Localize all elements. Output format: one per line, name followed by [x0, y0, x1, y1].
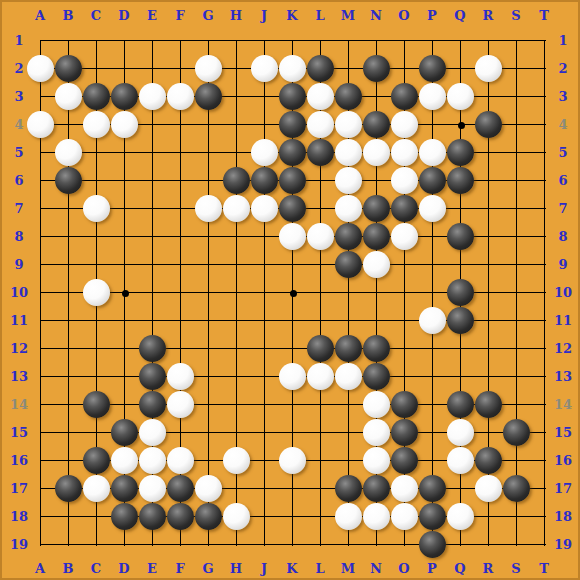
intersection-e7[interactable] — [138, 194, 166, 222]
intersection-g10[interactable] — [194, 278, 222, 306]
intersection-f8[interactable] — [166, 222, 194, 250]
intersection-j16[interactable] — [250, 446, 278, 474]
intersection-g7[interactable] — [194, 194, 222, 222]
intersection-n18[interactable] — [362, 502, 390, 530]
intersection-q1[interactable] — [446, 26, 474, 54]
intersection-r18[interactable] — [474, 502, 502, 530]
intersection-h17[interactable] — [222, 474, 250, 502]
intersection-s18[interactable] — [502, 502, 530, 530]
intersection-s14[interactable] — [502, 390, 530, 418]
intersection-l9[interactable] — [306, 250, 334, 278]
intersection-h5[interactable] — [222, 138, 250, 166]
intersection-n2[interactable] — [362, 54, 390, 82]
intersection-r13[interactable] — [474, 362, 502, 390]
intersection-s5[interactable] — [502, 138, 530, 166]
intersection-n14[interactable] — [362, 390, 390, 418]
intersection-f6[interactable] — [166, 166, 194, 194]
intersection-f5[interactable] — [166, 138, 194, 166]
intersection-a15[interactable] — [26, 418, 54, 446]
intersection-d4[interactable] — [110, 110, 138, 138]
intersection-d12[interactable] — [110, 334, 138, 362]
intersection-l8[interactable] — [306, 222, 334, 250]
intersection-s1[interactable] — [502, 26, 530, 54]
intersection-k18[interactable] — [278, 502, 306, 530]
intersection-f1[interactable] — [166, 26, 194, 54]
intersection-a14[interactable] — [26, 390, 54, 418]
intersection-m19[interactable] — [334, 530, 362, 558]
intersection-o18[interactable] — [390, 502, 418, 530]
intersection-j2[interactable] — [250, 54, 278, 82]
intersection-k14[interactable] — [278, 390, 306, 418]
intersection-r3[interactable] — [474, 82, 502, 110]
intersection-m16[interactable] — [334, 446, 362, 474]
intersection-q15[interactable] — [446, 418, 474, 446]
intersection-d6[interactable] — [110, 166, 138, 194]
intersection-k7[interactable] — [278, 194, 306, 222]
intersection-t3[interactable] — [530, 82, 558, 110]
intersection-a7[interactable] — [26, 194, 54, 222]
intersection-r19[interactable] — [474, 530, 502, 558]
intersection-e19[interactable] — [138, 530, 166, 558]
intersection-e10[interactable] — [138, 278, 166, 306]
intersection-d11[interactable] — [110, 306, 138, 334]
intersection-n1[interactable] — [362, 26, 390, 54]
intersection-t16[interactable] — [530, 446, 558, 474]
intersection-s13[interactable] — [502, 362, 530, 390]
intersection-q4[interactable] — [446, 110, 474, 138]
intersection-o11[interactable] — [390, 306, 418, 334]
intersection-n17[interactable] — [362, 474, 390, 502]
intersection-j6[interactable] — [250, 166, 278, 194]
intersection-c1[interactable] — [82, 26, 110, 54]
intersection-l2[interactable] — [306, 54, 334, 82]
intersection-b16[interactable] — [54, 446, 82, 474]
intersection-j13[interactable] — [250, 362, 278, 390]
intersection-m2[interactable] — [334, 54, 362, 82]
intersection-a13[interactable] — [26, 362, 54, 390]
intersection-f18[interactable] — [166, 502, 194, 530]
intersection-k15[interactable] — [278, 418, 306, 446]
intersection-s3[interactable] — [502, 82, 530, 110]
intersection-t6[interactable] — [530, 166, 558, 194]
intersection-h11[interactable] — [222, 306, 250, 334]
intersection-e13[interactable] — [138, 362, 166, 390]
intersection-q10[interactable] — [446, 278, 474, 306]
intersection-f15[interactable] — [166, 418, 194, 446]
intersection-g13[interactable] — [194, 362, 222, 390]
intersection-l16[interactable] — [306, 446, 334, 474]
intersection-l7[interactable] — [306, 194, 334, 222]
intersection-t14[interactable] — [530, 390, 558, 418]
intersection-h6[interactable] — [222, 166, 250, 194]
intersection-j3[interactable] — [250, 82, 278, 110]
intersection-k4[interactable] — [278, 110, 306, 138]
intersection-t15[interactable] — [530, 418, 558, 446]
intersection-r1[interactable] — [474, 26, 502, 54]
intersection-m5[interactable] — [334, 138, 362, 166]
intersection-d3[interactable] — [110, 82, 138, 110]
intersection-k12[interactable] — [278, 334, 306, 362]
intersection-e1[interactable] — [138, 26, 166, 54]
intersection-j7[interactable] — [250, 194, 278, 222]
intersection-p3[interactable] — [418, 82, 446, 110]
intersection-h10[interactable] — [222, 278, 250, 306]
intersection-n9[interactable] — [362, 250, 390, 278]
intersection-q9[interactable] — [446, 250, 474, 278]
intersection-a6[interactable] — [26, 166, 54, 194]
intersection-m17[interactable] — [334, 474, 362, 502]
intersection-p5[interactable] — [418, 138, 446, 166]
intersection-f14[interactable] — [166, 390, 194, 418]
intersection-c7[interactable] — [82, 194, 110, 222]
intersection-k3[interactable] — [278, 82, 306, 110]
intersection-f9[interactable] — [166, 250, 194, 278]
intersection-h7[interactable] — [222, 194, 250, 222]
intersection-h18[interactable] — [222, 502, 250, 530]
intersection-s9[interactable] — [502, 250, 530, 278]
intersection-g4[interactable] — [194, 110, 222, 138]
intersection-c11[interactable] — [82, 306, 110, 334]
intersection-g2[interactable] — [194, 54, 222, 82]
intersection-s2[interactable] — [502, 54, 530, 82]
intersection-n5[interactable] — [362, 138, 390, 166]
intersection-t19[interactable] — [530, 530, 558, 558]
intersection-l3[interactable] — [306, 82, 334, 110]
intersection-d16[interactable] — [110, 446, 138, 474]
intersection-s19[interactable] — [502, 530, 530, 558]
intersection-n12[interactable] — [362, 334, 390, 362]
intersection-c18[interactable] — [82, 502, 110, 530]
intersection-b12[interactable] — [54, 334, 82, 362]
intersection-q6[interactable] — [446, 166, 474, 194]
intersection-a5[interactable] — [26, 138, 54, 166]
intersection-m8[interactable] — [334, 222, 362, 250]
intersection-c12[interactable] — [82, 334, 110, 362]
intersection-f10[interactable] — [166, 278, 194, 306]
intersection-g3[interactable] — [194, 82, 222, 110]
intersection-n16[interactable] — [362, 446, 390, 474]
intersection-l18[interactable] — [306, 502, 334, 530]
intersection-o12[interactable] — [390, 334, 418, 362]
intersection-g17[interactable] — [194, 474, 222, 502]
intersection-s11[interactable] — [502, 306, 530, 334]
intersection-s6[interactable] — [502, 166, 530, 194]
intersection-b10[interactable] — [54, 278, 82, 306]
intersection-c19[interactable] — [82, 530, 110, 558]
intersection-q2[interactable] — [446, 54, 474, 82]
intersection-r11[interactable] — [474, 306, 502, 334]
intersection-l1[interactable] — [306, 26, 334, 54]
intersection-b7[interactable] — [54, 194, 82, 222]
intersection-m1[interactable] — [334, 26, 362, 54]
intersection-l14[interactable] — [306, 390, 334, 418]
intersection-p19[interactable] — [418, 530, 446, 558]
intersection-j8[interactable] — [250, 222, 278, 250]
intersection-d9[interactable] — [110, 250, 138, 278]
intersection-o14[interactable] — [390, 390, 418, 418]
intersection-p10[interactable] — [418, 278, 446, 306]
intersection-h16[interactable] — [222, 446, 250, 474]
intersection-g12[interactable] — [194, 334, 222, 362]
intersection-l6[interactable] — [306, 166, 334, 194]
intersection-j1[interactable] — [250, 26, 278, 54]
intersection-a10[interactable] — [26, 278, 54, 306]
intersection-m12[interactable] — [334, 334, 362, 362]
intersection-e11[interactable] — [138, 306, 166, 334]
intersection-j10[interactable] — [250, 278, 278, 306]
intersection-n3[interactable] — [362, 82, 390, 110]
intersection-b14[interactable] — [54, 390, 82, 418]
intersection-b1[interactable] — [54, 26, 82, 54]
intersection-r8[interactable] — [474, 222, 502, 250]
intersection-g14[interactable] — [194, 390, 222, 418]
intersection-g8[interactable] — [194, 222, 222, 250]
intersection-e12[interactable] — [138, 334, 166, 362]
intersection-p7[interactable] — [418, 194, 446, 222]
intersection-b3[interactable] — [54, 82, 82, 110]
intersection-f16[interactable] — [166, 446, 194, 474]
intersection-r7[interactable] — [474, 194, 502, 222]
intersection-o8[interactable] — [390, 222, 418, 250]
intersection-a16[interactable] — [26, 446, 54, 474]
intersection-j19[interactable] — [250, 530, 278, 558]
intersection-r17[interactable] — [474, 474, 502, 502]
intersection-l13[interactable] — [306, 362, 334, 390]
intersection-t8[interactable] — [530, 222, 558, 250]
intersection-q19[interactable] — [446, 530, 474, 558]
intersection-d5[interactable] — [110, 138, 138, 166]
intersection-m9[interactable] — [334, 250, 362, 278]
intersection-h2[interactable] — [222, 54, 250, 82]
intersection-q7[interactable] — [446, 194, 474, 222]
intersection-o16[interactable] — [390, 446, 418, 474]
intersection-l4[interactable] — [306, 110, 334, 138]
intersection-s7[interactable] — [502, 194, 530, 222]
intersection-h9[interactable] — [222, 250, 250, 278]
intersection-r6[interactable] — [474, 166, 502, 194]
intersection-h1[interactable] — [222, 26, 250, 54]
intersection-l19[interactable] — [306, 530, 334, 558]
intersection-f11[interactable] — [166, 306, 194, 334]
intersection-j18[interactable] — [250, 502, 278, 530]
intersection-e3[interactable] — [138, 82, 166, 110]
intersection-c15[interactable] — [82, 418, 110, 446]
intersection-r14[interactable] — [474, 390, 502, 418]
intersection-c8[interactable] — [82, 222, 110, 250]
intersection-g15[interactable] — [194, 418, 222, 446]
intersection-b18[interactable] — [54, 502, 82, 530]
intersection-e18[interactable] — [138, 502, 166, 530]
intersection-c2[interactable] — [82, 54, 110, 82]
intersection-h15[interactable] — [222, 418, 250, 446]
intersection-a11[interactable] — [26, 306, 54, 334]
intersection-o19[interactable] — [390, 530, 418, 558]
intersection-q17[interactable] — [446, 474, 474, 502]
intersection-s15[interactable] — [502, 418, 530, 446]
intersection-a12[interactable] — [26, 334, 54, 362]
intersection-b15[interactable] — [54, 418, 82, 446]
intersection-k9[interactable] — [278, 250, 306, 278]
intersection-g6[interactable] — [194, 166, 222, 194]
intersection-h14[interactable] — [222, 390, 250, 418]
intersection-b2[interactable] — [54, 54, 82, 82]
intersection-f3[interactable] — [166, 82, 194, 110]
intersection-a18[interactable] — [26, 502, 54, 530]
intersection-q3[interactable] — [446, 82, 474, 110]
intersection-f13[interactable] — [166, 362, 194, 390]
intersection-p16[interactable] — [418, 446, 446, 474]
intersection-l10[interactable] — [306, 278, 334, 306]
intersection-q11[interactable] — [446, 306, 474, 334]
intersection-r12[interactable] — [474, 334, 502, 362]
intersection-t1[interactable] — [530, 26, 558, 54]
intersection-s17[interactable] — [502, 474, 530, 502]
intersection-k8[interactable] — [278, 222, 306, 250]
intersection-c5[interactable] — [82, 138, 110, 166]
intersection-b5[interactable] — [54, 138, 82, 166]
intersection-l15[interactable] — [306, 418, 334, 446]
intersection-o4[interactable] — [390, 110, 418, 138]
intersection-m13[interactable] — [334, 362, 362, 390]
intersection-t2[interactable] — [530, 54, 558, 82]
intersection-c3[interactable] — [82, 82, 110, 110]
intersection-d7[interactable] — [110, 194, 138, 222]
intersection-d1[interactable] — [110, 26, 138, 54]
intersection-n6[interactable] — [362, 166, 390, 194]
intersection-b17[interactable] — [54, 474, 82, 502]
intersection-q12[interactable] — [446, 334, 474, 362]
intersection-m10[interactable] — [334, 278, 362, 306]
intersection-e5[interactable] — [138, 138, 166, 166]
intersection-h13[interactable] — [222, 362, 250, 390]
intersection-h3[interactable] — [222, 82, 250, 110]
intersection-o15[interactable] — [390, 418, 418, 446]
intersection-n11[interactable] — [362, 306, 390, 334]
intersection-t10[interactable] — [530, 278, 558, 306]
intersection-d2[interactable] — [110, 54, 138, 82]
intersection-c13[interactable] — [82, 362, 110, 390]
intersection-s4[interactable] — [502, 110, 530, 138]
intersection-f17[interactable] — [166, 474, 194, 502]
intersection-p14[interactable] — [418, 390, 446, 418]
intersection-o1[interactable] — [390, 26, 418, 54]
intersection-a19[interactable] — [26, 530, 54, 558]
intersection-r5[interactable] — [474, 138, 502, 166]
intersection-b19[interactable] — [54, 530, 82, 558]
intersection-h4[interactable] — [222, 110, 250, 138]
intersection-p9[interactable] — [418, 250, 446, 278]
intersection-d10[interactable] — [110, 278, 138, 306]
intersection-b8[interactable] — [54, 222, 82, 250]
intersection-j14[interactable] — [250, 390, 278, 418]
intersection-e2[interactable] — [138, 54, 166, 82]
intersection-m4[interactable] — [334, 110, 362, 138]
intersection-n10[interactable] — [362, 278, 390, 306]
intersection-o17[interactable] — [390, 474, 418, 502]
intersection-p11[interactable] — [418, 306, 446, 334]
intersection-l11[interactable] — [306, 306, 334, 334]
intersection-k16[interactable] — [278, 446, 306, 474]
intersection-m14[interactable] — [334, 390, 362, 418]
intersection-p8[interactable] — [418, 222, 446, 250]
intersection-m11[interactable] — [334, 306, 362, 334]
intersection-q5[interactable] — [446, 138, 474, 166]
intersection-r16[interactable] — [474, 446, 502, 474]
intersection-e15[interactable] — [138, 418, 166, 446]
intersection-b13[interactable] — [54, 362, 82, 390]
intersection-a8[interactable] — [26, 222, 54, 250]
intersection-q13[interactable] — [446, 362, 474, 390]
intersection-c16[interactable] — [82, 446, 110, 474]
intersection-m6[interactable] — [334, 166, 362, 194]
intersection-g11[interactable] — [194, 306, 222, 334]
intersection-e17[interactable] — [138, 474, 166, 502]
intersection-g9[interactable] — [194, 250, 222, 278]
intersection-g5[interactable] — [194, 138, 222, 166]
intersection-q14[interactable] — [446, 390, 474, 418]
intersection-a9[interactable] — [26, 250, 54, 278]
intersection-f7[interactable] — [166, 194, 194, 222]
intersection-t12[interactable] — [530, 334, 558, 362]
intersection-a4[interactable] — [26, 110, 54, 138]
intersection-h12[interactable] — [222, 334, 250, 362]
intersection-s12[interactable] — [502, 334, 530, 362]
intersection-s10[interactable] — [502, 278, 530, 306]
intersection-c6[interactable] — [82, 166, 110, 194]
intersection-a3[interactable] — [26, 82, 54, 110]
intersection-j17[interactable] — [250, 474, 278, 502]
intersection-j9[interactable] — [250, 250, 278, 278]
intersection-g18[interactable] — [194, 502, 222, 530]
intersection-a1[interactable] — [26, 26, 54, 54]
intersection-n15[interactable] — [362, 418, 390, 446]
intersection-p15[interactable] — [418, 418, 446, 446]
intersection-n4[interactable] — [362, 110, 390, 138]
intersection-k1[interactable] — [278, 26, 306, 54]
intersection-r15[interactable] — [474, 418, 502, 446]
intersection-f12[interactable] — [166, 334, 194, 362]
intersection-r10[interactable] — [474, 278, 502, 306]
intersection-p12[interactable] — [418, 334, 446, 362]
intersection-g1[interactable] — [194, 26, 222, 54]
intersection-r9[interactable] — [474, 250, 502, 278]
intersection-j11[interactable] — [250, 306, 278, 334]
intersection-n13[interactable] — [362, 362, 390, 390]
intersection-k10[interactable] — [278, 278, 306, 306]
intersection-d17[interactable] — [110, 474, 138, 502]
intersection-r2[interactable] — [474, 54, 502, 82]
intersection-g16[interactable] — [194, 446, 222, 474]
intersection-o5[interactable] — [390, 138, 418, 166]
intersection-d14[interactable] — [110, 390, 138, 418]
intersection-f19[interactable] — [166, 530, 194, 558]
intersection-c17[interactable] — [82, 474, 110, 502]
intersection-d15[interactable] — [110, 418, 138, 446]
intersection-t7[interactable] — [530, 194, 558, 222]
intersection-b11[interactable] — [54, 306, 82, 334]
intersection-c4[interactable] — [82, 110, 110, 138]
intersection-e14[interactable] — [138, 390, 166, 418]
intersection-e6[interactable] — [138, 166, 166, 194]
intersection-b9[interactable] — [54, 250, 82, 278]
intersection-d8[interactable] — [110, 222, 138, 250]
intersection-h8[interactable] — [222, 222, 250, 250]
intersection-l5[interactable] — [306, 138, 334, 166]
intersection-t5[interactable] — [530, 138, 558, 166]
intersection-k11[interactable] — [278, 306, 306, 334]
intersection-b6[interactable] — [54, 166, 82, 194]
intersection-q18[interactable] — [446, 502, 474, 530]
